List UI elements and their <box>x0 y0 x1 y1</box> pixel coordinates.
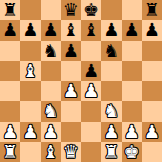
square-h2[interactable]: ♟ <box>142 122 162 142</box>
square-b7[interactable]: ♟ <box>20 20 40 40</box>
black-pawn-piece[interactable]: ♟ <box>2 21 18 39</box>
black-queen-piece[interactable]: ♛ <box>63 1 79 19</box>
square-g1[interactable]: ♚ <box>122 142 142 162</box>
white-pawn-piece[interactable]: ♟ <box>43 123 59 141</box>
square-f5[interactable] <box>101 61 121 81</box>
square-b3[interactable] <box>20 101 40 121</box>
square-g4[interactable] <box>122 81 142 101</box>
square-d6[interactable]: ♟ <box>61 41 81 61</box>
black-pawn-piece[interactable]: ♟ <box>103 21 119 39</box>
square-e8[interactable]: ♚ <box>81 0 101 20</box>
white-pawn-piece[interactable]: ♟ <box>144 123 160 141</box>
square-d1[interactable]: ♛ <box>61 142 81 162</box>
square-c4[interactable] <box>41 81 61 101</box>
square-c5[interactable] <box>41 61 61 81</box>
white-bishop-piece[interactable]: ♝ <box>43 143 59 161</box>
square-b6[interactable] <box>20 41 40 61</box>
square-g7[interactable]: ♟ <box>122 20 142 40</box>
white-pawn-piece[interactable]: ♟ <box>63 82 79 100</box>
square-h7[interactable]: ♟ <box>142 20 162 40</box>
square-f7[interactable]: ♟ <box>101 20 121 40</box>
square-e5[interactable]: ♟ <box>81 61 101 81</box>
square-f2[interactable]: ♟ <box>101 122 121 142</box>
black-pawn-piece[interactable]: ♟ <box>63 42 79 60</box>
square-h6[interactable] <box>142 41 162 61</box>
square-d5[interactable] <box>61 61 81 81</box>
square-d8[interactable]: ♛ <box>61 0 81 20</box>
square-h5[interactable] <box>142 61 162 81</box>
square-h1[interactable] <box>142 142 162 162</box>
square-c8[interactable] <box>41 0 61 20</box>
square-g2[interactable]: ♟ <box>122 122 142 142</box>
square-f8[interactable] <box>101 0 121 20</box>
white-rook-piece[interactable]: ♜ <box>2 143 18 161</box>
white-pawn-piece[interactable]: ♟ <box>2 123 18 141</box>
white-pawn-piece[interactable]: ♟ <box>124 123 140 141</box>
square-e4[interactable]: ♟ <box>81 81 101 101</box>
square-a2[interactable]: ♟ <box>0 122 20 142</box>
black-bishop-piece[interactable]: ♝ <box>63 21 79 39</box>
white-pawn-piece[interactable]: ♟ <box>83 82 99 100</box>
square-d7[interactable]: ♝ <box>61 20 81 40</box>
chess-board: ♜♛♚♜♟♟♟♝♝♟♟♟♞♟♞♝♟♟♟♞♞♟♟♟♟♟♟♜♝♛♜♚ <box>0 0 162 162</box>
black-bishop-piece[interactable]: ♝ <box>83 21 99 39</box>
square-e2[interactable] <box>81 122 101 142</box>
square-e1[interactable] <box>81 142 101 162</box>
square-d2[interactable] <box>61 122 81 142</box>
square-c2[interactable]: ♟ <box>41 122 61 142</box>
black-pawn-piece[interactable]: ♟ <box>83 62 99 80</box>
square-e7[interactable]: ♝ <box>81 20 101 40</box>
square-g8[interactable] <box>122 0 142 20</box>
square-a3[interactable] <box>0 101 20 121</box>
black-pawn-piece[interactable]: ♟ <box>22 21 38 39</box>
black-pawn-piece[interactable]: ♟ <box>144 21 160 39</box>
black-pawn-piece[interactable]: ♟ <box>43 21 59 39</box>
square-b1[interactable] <box>20 142 40 162</box>
black-rook-piece[interactable]: ♜ <box>144 1 160 19</box>
square-g3[interactable] <box>122 101 142 121</box>
black-rook-piece[interactable]: ♜ <box>2 1 18 19</box>
white-knight-piece[interactable]: ♞ <box>103 102 119 120</box>
square-b4[interactable] <box>20 81 40 101</box>
black-pawn-piece[interactable]: ♟ <box>124 21 140 39</box>
white-rook-piece[interactable]: ♜ <box>103 143 119 161</box>
square-c1[interactable]: ♝ <box>41 142 61 162</box>
white-knight-piece[interactable]: ♞ <box>43 102 59 120</box>
square-a5[interactable] <box>0 61 20 81</box>
square-g6[interactable] <box>122 41 142 61</box>
square-c7[interactable]: ♟ <box>41 20 61 40</box>
white-bishop-piece[interactable]: ♝ <box>22 62 38 80</box>
square-a8[interactable]: ♜ <box>0 0 20 20</box>
white-queen-piece[interactable]: ♛ <box>63 143 79 161</box>
square-g5[interactable] <box>122 61 142 81</box>
white-pawn-piece[interactable]: ♟ <box>103 123 119 141</box>
black-knight-piece[interactable]: ♞ <box>43 42 59 60</box>
square-e3[interactable] <box>81 101 101 121</box>
square-f3[interactable]: ♞ <box>101 101 121 121</box>
square-a4[interactable] <box>0 81 20 101</box>
square-h3[interactable] <box>142 101 162 121</box>
square-d4[interactable]: ♟ <box>61 81 81 101</box>
black-king-piece[interactable]: ♚ <box>83 1 99 19</box>
square-f4[interactable] <box>101 81 121 101</box>
square-a6[interactable] <box>0 41 20 61</box>
square-b8[interactable] <box>20 0 40 20</box>
square-e6[interactable] <box>81 41 101 61</box>
square-b5[interactable]: ♝ <box>20 61 40 81</box>
white-king-piece[interactable]: ♚ <box>124 143 140 161</box>
square-c6[interactable]: ♞ <box>41 41 61 61</box>
square-c3[interactable]: ♞ <box>41 101 61 121</box>
square-h8[interactable]: ♜ <box>142 0 162 20</box>
square-h4[interactable] <box>142 81 162 101</box>
square-b2[interactable]: ♟ <box>20 122 40 142</box>
square-d3[interactable] <box>61 101 81 121</box>
square-a1[interactable]: ♜ <box>0 142 20 162</box>
square-f6[interactable]: ♞ <box>101 41 121 61</box>
square-a7[interactable]: ♟ <box>0 20 20 40</box>
white-pawn-piece[interactable]: ♟ <box>22 123 38 141</box>
black-knight-piece[interactable]: ♞ <box>103 42 119 60</box>
square-f1[interactable]: ♜ <box>101 142 121 162</box>
